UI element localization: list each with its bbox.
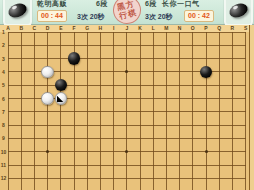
column-label: Q: [215, 25, 223, 31]
column-label: L: [149, 25, 157, 31]
row-label: 11: [0, 162, 7, 168]
star-point: [125, 70, 128, 73]
star-point: [205, 150, 208, 153]
right-player-clock: 00 : 42: [184, 10, 214, 22]
row-label: 10: [0, 149, 7, 155]
black-stone: [55, 79, 68, 92]
column-label: B: [17, 25, 25, 31]
black-stone-photo-icon: [227, 1, 249, 20]
right-player-rank: 6段: [145, 0, 157, 9]
column-label: K: [136, 25, 144, 31]
column-label: I: [110, 25, 118, 31]
grid-line: [100, 32, 101, 190]
column-label: P: [202, 25, 210, 31]
grid-line: [245, 32, 246, 190]
row-label: 3: [0, 56, 7, 62]
column-label: E: [57, 25, 65, 31]
grid-line: [192, 32, 193, 190]
left-player-clock: 00 : 44: [37, 10, 67, 22]
column-label: C: [30, 25, 38, 31]
column-label: R: [228, 25, 236, 31]
black-stone: [200, 66, 213, 79]
left-player-rank: 6段: [96, 0, 108, 9]
grid-line: [126, 32, 127, 190]
column-label: S: [242, 25, 250, 31]
left-player-avatar black-stone-avatar-icon[interactable]: [3, 0, 32, 26]
grid-line: [153, 32, 154, 190]
grid-line: [166, 32, 167, 190]
row-label: 13: [0, 189, 7, 190]
column-label: F: [70, 25, 78, 31]
right-player-byoyomi: 3次 20秒: [145, 12, 173, 22]
white-stone: [41, 92, 54, 105]
right-player-name: 长你一口气: [162, 0, 200, 9]
star-point: [46, 150, 49, 153]
row-label: 7: [0, 109, 7, 115]
game-header: 乾明高贩 6段 00 : 44 3次 20秒 黑方 行棋 6段 长你一口气 3次…: [0, 0, 254, 25]
column-label: N: [176, 25, 184, 31]
row-label: 2: [0, 42, 7, 48]
column-label: J: [123, 25, 131, 31]
row-label: 8: [0, 122, 7, 128]
go-app-screen: 乾明高贩 6段 00 : 44 3次 20秒 黑方 行棋 6段 长你一口气 3次…: [0, 0, 254, 190]
right-player-avatar black-stone-avatar-icon[interactable]: [224, 0, 253, 26]
last-move-marker: [57, 95, 64, 102]
column-label: O: [189, 25, 197, 31]
column-label: H: [96, 25, 104, 31]
row-label: 6: [0, 96, 7, 102]
star-point: [125, 150, 128, 153]
row-label: 12: [0, 175, 7, 181]
row-label: 4: [0, 69, 7, 75]
turn-indicator-stamp: 黑方 行棋: [110, 0, 144, 27]
grid-line: [113, 32, 114, 190]
grid-line: [232, 32, 233, 190]
grid-line: [179, 32, 180, 190]
column-label: M: [162, 25, 170, 31]
left-player-byoyomi: 3次 20秒: [77, 12, 105, 22]
grid-line: [219, 32, 220, 190]
row-label: 5: [0, 82, 7, 88]
black-stone: [68, 52, 81, 65]
row-label: 9: [0, 135, 7, 141]
column-label: D: [44, 25, 52, 31]
grid-line: [140, 32, 141, 190]
white-stone: [55, 92, 68, 105]
grid-line: [8, 165, 247, 166]
left-player-name: 乾明高贩: [37, 0, 67, 9]
go-board[interactable]: ABCDEFGHIJKLMNOPQRS12345678910111213: [0, 25, 254, 190]
white-stone: [41, 66, 54, 79]
grid-line: [206, 32, 207, 190]
row-label: 1: [0, 29, 7, 35]
grid-line: [8, 178, 247, 179]
black-stone-photo-icon: [6, 1, 28, 20]
column-label: G: [83, 25, 91, 31]
board-right-edge: [249, 25, 254, 190]
